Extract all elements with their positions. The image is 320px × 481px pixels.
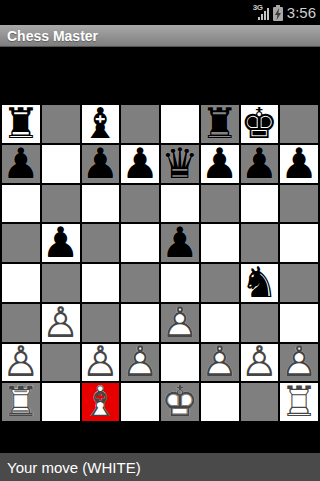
square-e6[interactable] (161, 185, 199, 223)
square-a8[interactable]: ♜ (2, 105, 40, 143)
piece-black-knight: ♞ (241, 264, 279, 302)
square-c1[interactable]: ♝♗ (82, 383, 120, 421)
square-g8[interactable]: ♚ (241, 105, 279, 143)
piece-white-pawn: ♟♙ (42, 304, 80, 342)
piece-black-queen: ♛ (161, 145, 199, 183)
signal-bars-icon (257, 8, 269, 20)
square-h2[interactable]: ♟♙ (280, 344, 318, 382)
piece-white-rook: ♜♖ (280, 383, 318, 421)
piece-white-pawn: ♟♙ (82, 344, 120, 382)
square-h3[interactable] (280, 304, 318, 342)
square-c7[interactable]: ♟ (82, 145, 120, 183)
square-e1[interactable]: ♚♔ (161, 383, 199, 421)
square-b1[interactable] (42, 383, 80, 421)
square-b4[interactable] (42, 264, 80, 302)
move-status-text: Your move (WHITE) (7, 459, 141, 476)
square-d5[interactable] (121, 224, 159, 262)
piece-black-pawn: ♟ (121, 145, 159, 183)
piece-white-pawn: ♟♙ (280, 344, 318, 382)
square-h4[interactable] (280, 264, 318, 302)
piece-black-pawn: ♟ (82, 145, 120, 183)
square-c4[interactable] (82, 264, 120, 302)
piece-black-pawn: ♟ (42, 224, 80, 262)
square-f1[interactable] (201, 383, 239, 421)
square-f8[interactable]: ♜ (201, 105, 239, 143)
square-f2[interactable]: ♟♙ (201, 344, 239, 382)
square-c8[interactable]: ♝ (82, 105, 120, 143)
square-g7[interactable]: ♟ (241, 145, 279, 183)
square-g1[interactable] (241, 383, 279, 421)
square-a6[interactable] (2, 185, 40, 223)
piece-white-pawn: ♟♙ (121, 344, 159, 382)
move-status-bar: Your move (WHITE) (0, 453, 320, 481)
title-bar: Chess Master (0, 25, 320, 47)
piece-white-pawn: ♟♙ (2, 344, 40, 382)
square-d2[interactable]: ♟♙ (121, 344, 159, 382)
battery-charging-icon (273, 7, 283, 21)
square-d1[interactable] (121, 383, 159, 421)
piece-black-rook: ♜ (2, 105, 40, 143)
piece-black-pawn: ♟ (201, 145, 239, 183)
square-b3[interactable]: ♟♙ (42, 304, 80, 342)
piece-white-rook: ♜♖ (2, 383, 40, 421)
square-a7[interactable]: ♟ (2, 145, 40, 183)
app-title: Chess Master (7, 28, 98, 44)
square-g3[interactable] (241, 304, 279, 342)
square-c2[interactable]: ♟♙ (82, 344, 120, 382)
square-b5[interactable]: ♟ (42, 224, 80, 262)
square-b2[interactable] (42, 344, 80, 382)
status-bar: 3G 3:56 (0, 0, 320, 25)
piece-white-king: ♚♔ (161, 383, 199, 421)
square-g6[interactable] (241, 185, 279, 223)
square-d3[interactable] (121, 304, 159, 342)
piece-white-pawn: ♟♙ (241, 344, 279, 382)
square-c3[interactable] (82, 304, 120, 342)
square-a3[interactable] (2, 304, 40, 342)
piece-white-bishop: ♝♗ (82, 383, 120, 421)
square-e4[interactable] (161, 264, 199, 302)
square-e3[interactable]: ♟♙ (161, 304, 199, 342)
square-b8[interactable] (42, 105, 80, 143)
square-g2[interactable]: ♟♙ (241, 344, 279, 382)
square-f6[interactable] (201, 185, 239, 223)
piece-black-bishop: ♝ (82, 105, 120, 143)
piece-white-pawn: ♟♙ (161, 304, 199, 342)
chess-board[interactable]: ♜♝♜♚♟♟♟♛♟♟♟♟♟♞♟♙♟♙♟♙♟♙♟♙♟♙♟♙♟♙♜♖♝♗♚♔♜♖ (0, 103, 320, 423)
square-f7[interactable]: ♟ (201, 145, 239, 183)
square-b7[interactable] (42, 145, 80, 183)
square-c5[interactable] (82, 224, 120, 262)
piece-black-pawn: ♟ (2, 145, 40, 183)
square-e7[interactable]: ♛ (161, 145, 199, 183)
square-g4[interactable]: ♞ (241, 264, 279, 302)
square-e5[interactable]: ♟ (161, 224, 199, 262)
piece-black-rook: ♜ (201, 105, 239, 143)
piece-black-king: ♚ (241, 105, 279, 143)
square-f4[interactable] (201, 264, 239, 302)
square-f5[interactable] (201, 224, 239, 262)
square-d4[interactable] (121, 264, 159, 302)
square-a5[interactable] (2, 224, 40, 262)
square-d6[interactable] (121, 185, 159, 223)
status-clock: 3:56 (287, 0, 316, 25)
piece-black-pawn: ♟ (241, 145, 279, 183)
square-h7[interactable]: ♟ (280, 145, 318, 183)
piece-black-pawn: ♟ (161, 224, 199, 262)
square-h8[interactable] (280, 105, 318, 143)
square-h6[interactable] (280, 185, 318, 223)
square-a4[interactable] (2, 264, 40, 302)
square-d7[interactable]: ♟ (121, 145, 159, 183)
square-c6[interactable] (82, 185, 120, 223)
square-e8[interactable] (161, 105, 199, 143)
square-a1[interactable]: ♜♖ (2, 383, 40, 421)
square-b6[interactable] (42, 185, 80, 223)
square-h5[interactable] (280, 224, 318, 262)
piece-black-pawn: ♟ (280, 145, 318, 183)
piece-white-pawn: ♟♙ (201, 344, 239, 382)
square-d8[interactable] (121, 105, 159, 143)
square-g5[interactable] (241, 224, 279, 262)
square-e2[interactable] (161, 344, 199, 382)
lightning-bolt-icon (274, 8, 282, 20)
square-f3[interactable] (201, 304, 239, 342)
signal-strength-icon: 3G (253, 4, 269, 21)
square-h1[interactable]: ♜♖ (280, 383, 318, 421)
square-a2[interactable]: ♟♙ (2, 344, 40, 382)
